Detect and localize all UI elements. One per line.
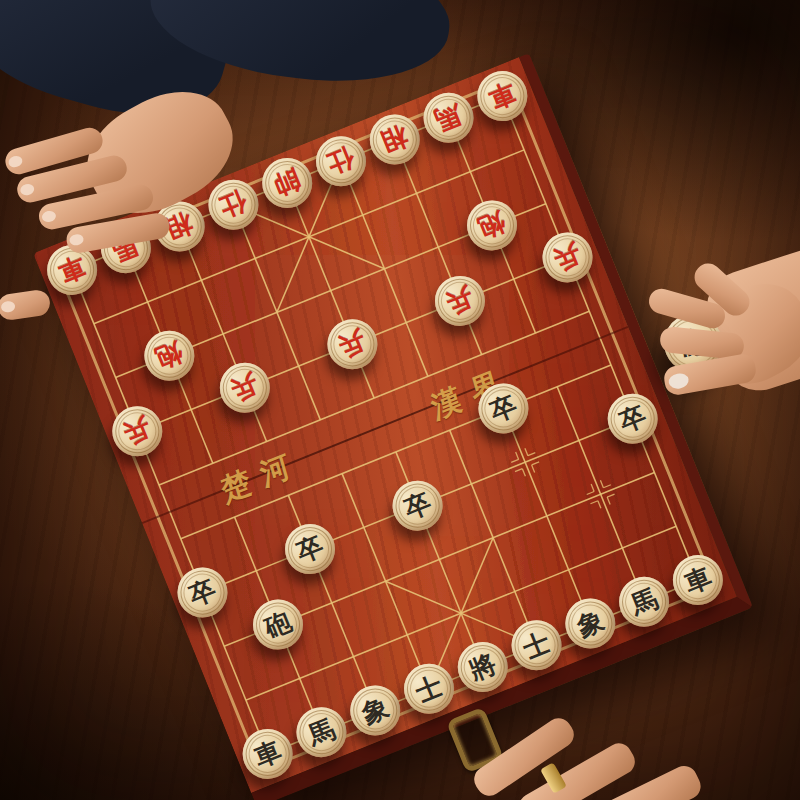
- table-scene: 楚河 漢界 車馬相仕帥仕相馬車炮炮兵兵兵兵兵卒卒卒卒卒砲車馬象士將士象馬車 砲: [0, 0, 800, 800]
- far-player-thumb-tip: [0, 289, 52, 322]
